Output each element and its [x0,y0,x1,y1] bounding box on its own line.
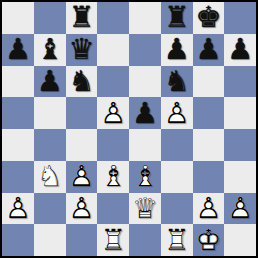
square-f8[interactable]: ♜ [161,2,193,34]
piece-black-R[interactable]: ♜ [161,2,193,34]
square-c3[interactable]: ♟♙ [66,161,98,193]
square-c8[interactable]: ♜ [66,2,98,34]
piece-white-P-fill: ♟ [161,97,193,129]
piece-white-P-fill: ♟ [193,193,225,225]
square-a7[interactable]: ♟ [2,34,34,66]
square-d3[interactable]: ♝♗ [97,161,129,193]
piece-black-P[interactable]: ♟ [161,34,193,66]
piece-black-R[interactable]: ♜ [66,2,98,34]
square-g4[interactable] [193,129,225,161]
piece-white-P[interactable]: ♙ [66,193,98,225]
square-c2[interactable]: ♟♙ [66,193,98,225]
square-e2[interactable]: ♛♕ [129,193,161,225]
square-f7[interactable]: ♟ [161,34,193,66]
square-a1[interactable] [2,224,34,256]
square-c5[interactable] [66,97,98,129]
square-a8[interactable] [2,2,34,34]
square-b5[interactable] [34,97,66,129]
square-f3[interactable] [161,161,193,193]
piece-black-P[interactable]: ♟ [129,97,161,129]
square-h2[interactable]: ♟♙ [224,193,256,225]
square-a2[interactable]: ♟♙ [2,193,34,225]
piece-white-B-fill: ♝ [97,161,129,193]
square-c6[interactable]: ♞ [66,66,98,98]
square-c1[interactable] [66,224,98,256]
square-g3[interactable] [193,161,225,193]
square-e3[interactable]: ♝♗ [129,161,161,193]
square-c7[interactable]: ♛ [66,34,98,66]
square-d4[interactable] [97,129,129,161]
square-g1[interactable]: ♚♔ [193,224,225,256]
square-b2[interactable] [34,193,66,225]
chess-board: ♜♜♚♟♝♛♟♟♟♟♞♞♟♙♟♟♙♞♘♟♙♝♗♝♗♟♙♟♙♛♕♟♙♟♙♜♖♜♖♚… [0,0,258,258]
square-c4[interactable] [66,129,98,161]
square-h5[interactable] [224,97,256,129]
piece-white-Q[interactable]: ♕ [129,193,161,225]
piece-white-P-fill: ♟ [66,193,98,225]
square-a5[interactable] [2,97,34,129]
square-f4[interactable] [161,129,193,161]
piece-white-B[interactable]: ♗ [97,161,129,193]
square-h4[interactable] [224,129,256,161]
square-e1[interactable] [129,224,161,256]
square-h8[interactable] [224,2,256,34]
square-g8[interactable]: ♚ [193,2,225,34]
square-e8[interactable] [129,2,161,34]
piece-white-P[interactable]: ♙ [97,97,129,129]
square-d1[interactable]: ♜♖ [97,224,129,256]
square-d8[interactable] [97,2,129,34]
piece-black-N[interactable]: ♞ [161,66,193,98]
square-b7[interactable]: ♝ [34,34,66,66]
square-e6[interactable] [129,66,161,98]
piece-black-P[interactable]: ♟ [34,66,66,98]
piece-white-P[interactable]: ♙ [66,161,98,193]
piece-white-P[interactable]: ♙ [161,97,193,129]
square-h3[interactable] [224,161,256,193]
chess-board-container: ♜♜♚♟♝♛♟♟♟♟♞♞♟♙♟♟♙♞♘♟♙♝♗♝♗♟♙♟♙♛♕♟♙♟♙♜♖♜♖♚… [0,0,258,258]
square-b8[interactable] [34,2,66,34]
square-a6[interactable] [2,66,34,98]
piece-white-R-fill: ♜ [97,224,129,256]
piece-black-P[interactable]: ♟ [224,34,256,66]
piece-white-Q-fill: ♛ [129,193,161,225]
piece-white-P[interactable]: ♙ [224,193,256,225]
piece-black-Q[interactable]: ♛ [66,34,98,66]
piece-white-P-fill: ♟ [97,97,129,129]
square-b4[interactable] [34,129,66,161]
square-a4[interactable] [2,129,34,161]
square-h1[interactable] [224,224,256,256]
square-d6[interactable] [97,66,129,98]
piece-white-P-fill: ♟ [224,193,256,225]
square-g2[interactable]: ♟♙ [193,193,225,225]
piece-white-P[interactable]: ♙ [193,193,225,225]
piece-white-K-fill: ♚ [193,224,225,256]
square-f5[interactable]: ♟♙ [161,97,193,129]
square-b3[interactable]: ♞♘ [34,161,66,193]
square-b6[interactable]: ♟ [34,66,66,98]
piece-black-P[interactable]: ♟ [193,34,225,66]
square-h7[interactable]: ♟ [224,34,256,66]
piece-black-B[interactable]: ♝ [34,34,66,66]
piece-white-P-fill: ♟ [66,161,98,193]
square-b1[interactable] [34,224,66,256]
square-d7[interactable] [97,34,129,66]
piece-white-R-fill: ♜ [161,224,193,256]
square-f2[interactable] [161,193,193,225]
piece-white-P-fill: ♟ [2,193,34,225]
piece-white-B[interactable]: ♗ [129,161,161,193]
square-d2[interactable] [97,193,129,225]
square-g5[interactable] [193,97,225,129]
square-f6[interactable]: ♞ [161,66,193,98]
piece-white-N[interactable]: ♘ [34,161,66,193]
square-f1[interactable]: ♜♖ [161,224,193,256]
square-g6[interactable] [193,66,225,98]
square-g7[interactable]: ♟ [193,34,225,66]
square-a3[interactable] [2,161,34,193]
piece-white-R[interactable]: ♖ [161,224,193,256]
piece-black-K[interactable]: ♚ [193,2,225,34]
square-e4[interactable] [129,129,161,161]
piece-black-N[interactable]: ♞ [66,66,98,98]
piece-black-P[interactable]: ♟ [2,34,34,66]
square-e7[interactable] [129,34,161,66]
piece-white-B-fill: ♝ [129,161,161,193]
square-e5[interactable]: ♟ [129,97,161,129]
piece-white-K[interactable]: ♔ [193,224,225,256]
piece-white-P[interactable]: ♙ [2,193,34,225]
piece-white-N-fill: ♞ [34,161,66,193]
piece-white-R[interactable]: ♖ [97,224,129,256]
square-h6[interactable] [224,66,256,98]
square-d5[interactable]: ♟♙ [97,97,129,129]
